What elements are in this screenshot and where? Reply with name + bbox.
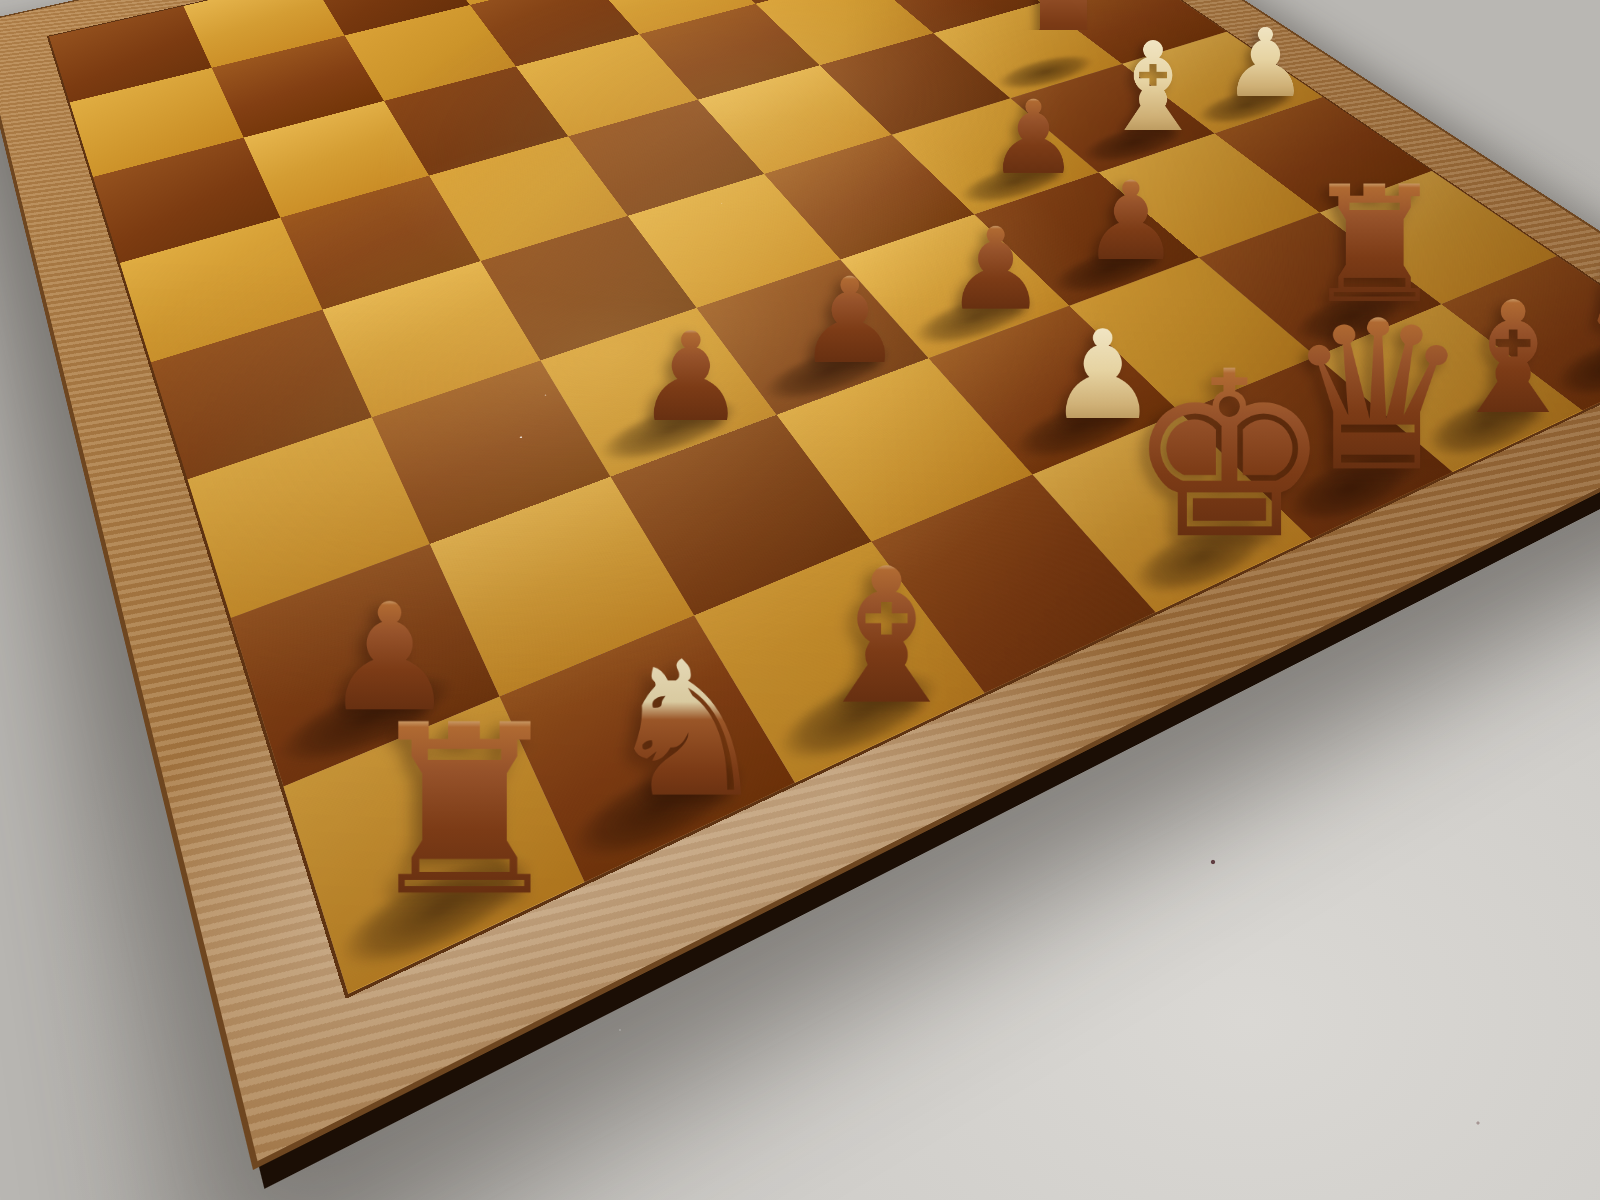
piece-dark-pawn-d3[interactable]: ♟ <box>797 266 903 378</box>
piece-light-bishop-g4[interactable]: ♝ <box>1098 29 1209 146</box>
piece-dark-pawn-f3[interactable]: ♟ <box>1082 170 1180 274</box>
piece-dark-rook-a1[interactable]: ♜ <box>360 700 570 923</box>
piece-dark-bishop-c1[interactable]: ♝ <box>803 548 970 725</box>
piece-dark-king-e1[interactable]: ♚ <box>1127 347 1333 565</box>
piece-light-pawn-h4[interactable]: ♟ <box>1223 19 1308 109</box>
piece-dark-knight-b1[interactable]: ♞ <box>604 642 771 819</box>
piece-dark-pawn-f4[interactable]: ♟ <box>988 90 1079 186</box>
piece-dark-pawn-e3[interactable]: ♟ <box>945 216 1047 324</box>
photo-scene: ♟♜♟♝♟♟♟♟♟♟♟♜♜♞♝♚♛♝♞ <box>0 0 1600 1200</box>
piece-dark-pawn-c3[interactable]: ♟ <box>636 319 746 436</box>
